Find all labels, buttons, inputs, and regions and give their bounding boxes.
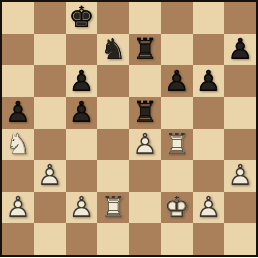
square-f8[interactable]: [161, 2, 193, 34]
square-c5[interactable]: ♟♙: [66, 97, 98, 129]
square-e4[interactable]: ♟♙: [129, 129, 161, 161]
white-pawn[interactable]: ♟♙: [2, 192, 34, 224]
square-a7[interactable]: [2, 34, 34, 66]
square-e3[interactable]: [129, 160, 161, 192]
white-pawn-glyph-outline: ♙: [34, 160, 66, 192]
square-b8[interactable]: [34, 2, 66, 34]
square-f7[interactable]: [161, 34, 193, 66]
black-pawn-glyph-outline: ♙: [66, 97, 98, 129]
square-g8[interactable]: [193, 2, 225, 34]
black-rook[interactable]: ♜♖: [129, 34, 161, 66]
square-a2[interactable]: ♟♙: [2, 192, 34, 224]
square-a4[interactable]: ♞♘: [2, 129, 34, 161]
square-e2[interactable]: [129, 192, 161, 224]
white-pawn[interactable]: ♟♙: [193, 192, 225, 224]
white-rook[interactable]: ♜♖: [161, 129, 193, 161]
square-a3[interactable]: [2, 160, 34, 192]
white-pawn-glyph-outline: ♙: [66, 192, 98, 224]
square-d5[interactable]: [97, 97, 129, 129]
square-c6[interactable]: ♟♙: [66, 65, 98, 97]
square-f4[interactable]: ♜♖: [161, 129, 193, 161]
square-g6[interactable]: ♟♙: [193, 65, 225, 97]
black-pawn[interactable]: ♟♙: [193, 65, 225, 97]
black-knight[interactable]: ♞♘: [97, 34, 129, 66]
square-f1[interactable]: [161, 223, 193, 255]
square-a1[interactable]: [2, 223, 34, 255]
white-pawn-glyph-outline: ♙: [2, 192, 34, 224]
square-h6[interactable]: [224, 65, 256, 97]
square-e7[interactable]: ♜♖: [129, 34, 161, 66]
square-c1[interactable]: [66, 223, 98, 255]
square-b7[interactable]: [34, 34, 66, 66]
square-h5[interactable]: [224, 97, 256, 129]
white-pawn-glyph-outline: ♙: [129, 129, 161, 161]
white-knight[interactable]: ♞♘: [2, 129, 34, 161]
white-king-glyph-outline: ♔: [161, 192, 193, 224]
square-e6[interactable]: [129, 65, 161, 97]
black-rook[interactable]: ♜♖: [129, 97, 161, 129]
square-g7[interactable]: [193, 34, 225, 66]
white-pawn[interactable]: ♟♙: [66, 192, 98, 224]
black-rook-glyph-outline: ♖: [129, 97, 161, 129]
white-rook-glyph-outline: ♖: [97, 192, 129, 224]
square-d2[interactable]: ♜♖: [97, 192, 129, 224]
black-pawn-glyph-outline: ♙: [224, 34, 256, 66]
square-d1[interactable]: [97, 223, 129, 255]
black-pawn-glyph-outline: ♙: [193, 65, 225, 97]
white-rook-glyph-outline: ♖: [161, 129, 193, 161]
square-a6[interactable]: [2, 65, 34, 97]
white-pawn[interactable]: ♟♙: [224, 160, 256, 192]
black-pawn-glyph-outline: ♙: [2, 97, 34, 129]
white-pawn[interactable]: ♟♙: [34, 160, 66, 192]
black-pawn[interactable]: ♟♙: [66, 65, 98, 97]
square-f6[interactable]: ♟♙: [161, 65, 193, 97]
square-a5[interactable]: ♟♙: [2, 97, 34, 129]
square-h3[interactable]: ♟♙: [224, 160, 256, 192]
square-h8[interactable]: [224, 2, 256, 34]
square-c3[interactable]: [66, 160, 98, 192]
square-a8[interactable]: [2, 2, 34, 34]
square-h4[interactable]: [224, 129, 256, 161]
square-b4[interactable]: [34, 129, 66, 161]
square-e5[interactable]: ♜♖: [129, 97, 161, 129]
black-knight-glyph-outline: ♘: [97, 34, 129, 66]
square-d4[interactable]: [97, 129, 129, 161]
square-b2[interactable]: [34, 192, 66, 224]
square-c8[interactable]: ♚♔: [66, 2, 98, 34]
square-e8[interactable]: [129, 2, 161, 34]
square-c2[interactable]: ♟♙: [66, 192, 98, 224]
black-pawn-glyph-outline: ♙: [161, 65, 193, 97]
white-knight-glyph-outline: ♘: [2, 129, 34, 161]
black-pawn-glyph-outline: ♙: [66, 65, 98, 97]
white-pawn[interactable]: ♟♙: [129, 129, 161, 161]
black-pawn[interactable]: ♟♙: [224, 34, 256, 66]
square-g3[interactable]: [193, 160, 225, 192]
white-king[interactable]: ♚♔: [161, 192, 193, 224]
square-b6[interactable]: [34, 65, 66, 97]
white-pawn-glyph-outline: ♙: [193, 192, 225, 224]
square-h2[interactable]: [224, 192, 256, 224]
square-b5[interactable]: [34, 97, 66, 129]
black-pawn[interactable]: ♟♙: [66, 97, 98, 129]
white-rook[interactable]: ♜♖: [97, 192, 129, 224]
black-king-glyph-outline: ♔: [66, 2, 98, 34]
white-pawn-glyph-outline: ♙: [224, 160, 256, 192]
square-b1[interactable]: [34, 223, 66, 255]
square-g4[interactable]: [193, 129, 225, 161]
square-g1[interactable]: [193, 223, 225, 255]
square-h7[interactable]: ♟♙: [224, 34, 256, 66]
square-g5[interactable]: [193, 97, 225, 129]
chess-board: ♚♔♞♘♜♖♟♙♟♙♟♙♟♙♟♙♟♙♜♖♞♘♟♙♜♖♟♙♟♙♟♙♟♙♜♖♚♔♟♙: [2, 2, 256, 255]
square-f3[interactable]: [161, 160, 193, 192]
square-d6[interactable]: [97, 65, 129, 97]
black-pawn[interactable]: ♟♙: [2, 97, 34, 129]
black-rook-glyph-outline: ♖: [129, 34, 161, 66]
square-f2[interactable]: ♚♔: [161, 192, 193, 224]
square-d7[interactable]: ♞♘: [97, 34, 129, 66]
black-king[interactable]: ♚♔: [66, 2, 98, 34]
square-e1[interactable]: [129, 223, 161, 255]
square-c4[interactable]: [66, 129, 98, 161]
square-g2[interactable]: ♟♙: [193, 192, 225, 224]
square-c7[interactable]: [66, 34, 98, 66]
square-d3[interactable]: [97, 160, 129, 192]
square-h1[interactable]: [224, 223, 256, 255]
board-frame: ♚♔♞♘♜♖♟♙♟♙♟♙♟♙♟♙♟♙♜♖♞♘♟♙♜♖♟♙♟♙♟♙♟♙♜♖♚♔♟♙: [0, 0, 258, 257]
square-b3[interactable]: ♟♙: [34, 160, 66, 192]
square-d8[interactable]: [97, 2, 129, 34]
square-f5[interactable]: [161, 97, 193, 129]
black-pawn[interactable]: ♟♙: [161, 65, 193, 97]
